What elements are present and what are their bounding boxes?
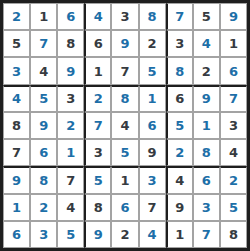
cell-r3c4[interactable]: 1 xyxy=(84,57,111,84)
cell-r3c3[interactable]: 9 xyxy=(57,57,84,84)
cell-r3c9[interactable]: 6 xyxy=(220,57,247,84)
cell-r1c1[interactable]: 2 xyxy=(3,3,30,30)
cell-r9c7[interactable]: 1 xyxy=(166,221,193,248)
cell-r6c9[interactable]: 4 xyxy=(220,139,247,166)
cell-r7c2[interactable]: 8 xyxy=(30,166,57,193)
cell-r6c1[interactable]: 7 xyxy=(3,139,30,166)
cell-r3c5[interactable]: 7 xyxy=(111,57,138,84)
cell-r8c8[interactable]: 3 xyxy=(193,194,220,221)
cell-r5c1[interactable]: 8 xyxy=(3,112,30,139)
cell-r9c6[interactable]: 4 xyxy=(139,221,166,248)
cell-r6c4[interactable]: 3 xyxy=(84,139,111,166)
cell-r9c8[interactable]: 7 xyxy=(193,221,220,248)
cell-r2c5[interactable]: 9 xyxy=(111,30,138,57)
cell-r1c9[interactable]: 9 xyxy=(220,3,247,30)
cell-r2c3[interactable]: 8 xyxy=(57,30,84,57)
cell-r1c3[interactable]: 6 xyxy=(57,3,84,30)
cell-r9c3[interactable]: 5 xyxy=(57,221,84,248)
cell-r4c7[interactable]: 6 xyxy=(166,85,193,112)
cell-r3c6[interactable]: 5 xyxy=(139,57,166,84)
cell-r3c1[interactable]: 3 xyxy=(3,57,30,84)
cell-r5c7[interactable]: 5 xyxy=(166,112,193,139)
cell-r8c2[interactable]: 2 xyxy=(30,194,57,221)
cell-r2c9[interactable]: 1 xyxy=(220,30,247,57)
cell-r5c5[interactable]: 4 xyxy=(111,112,138,139)
cell-r8c1[interactable]: 1 xyxy=(3,194,30,221)
cell-r1c4[interactable]: 4 xyxy=(84,3,111,30)
cell-r2c2[interactable]: 7 xyxy=(30,30,57,57)
cell-r1c5[interactable]: 3 xyxy=(111,3,138,30)
cell-r7c9[interactable]: 2 xyxy=(220,166,247,193)
cell-r2c7[interactable]: 3 xyxy=(166,30,193,57)
cell-r4c8[interactable]: 9 xyxy=(193,85,220,112)
cell-r4c4[interactable]: 2 xyxy=(84,85,111,112)
cell-r3c2[interactable]: 4 xyxy=(30,57,57,84)
cell-r2c1[interactable]: 5 xyxy=(3,30,30,57)
cell-r6c8[interactable]: 8 xyxy=(193,139,220,166)
cell-r5c2[interactable]: 9 xyxy=(30,112,57,139)
cell-r1c8[interactable]: 5 xyxy=(193,3,220,30)
cell-r2c8[interactable]: 4 xyxy=(193,30,220,57)
cell-r9c4[interactable]: 9 xyxy=(84,221,111,248)
cell-r1c6[interactable]: 8 xyxy=(139,3,166,30)
cell-r8c3[interactable]: 4 xyxy=(57,194,84,221)
cell-r6c5[interactable]: 5 xyxy=(111,139,138,166)
cell-r7c6[interactable]: 3 xyxy=(139,166,166,193)
cell-r5c3[interactable]: 2 xyxy=(57,112,84,139)
cell-r8c6[interactable]: 7 xyxy=(139,194,166,221)
cell-r8c5[interactable]: 6 xyxy=(111,194,138,221)
cell-r2c6[interactable]: 2 xyxy=(139,30,166,57)
cell-r8c4[interactable]: 8 xyxy=(84,194,111,221)
cell-r9c1[interactable]: 6 xyxy=(3,221,30,248)
cell-r4c1[interactable]: 4 xyxy=(3,85,30,112)
cell-r4c6[interactable]: 1 xyxy=(139,85,166,112)
cell-r7c7[interactable]: 4 xyxy=(166,166,193,193)
cell-r7c4[interactable]: 5 xyxy=(84,166,111,193)
cell-r6c3[interactable]: 1 xyxy=(57,139,84,166)
cell-r9c2[interactable]: 3 xyxy=(30,221,57,248)
cell-r8c7[interactable]: 9 xyxy=(166,194,193,221)
cell-r8c9[interactable]: 5 xyxy=(220,194,247,221)
cell-r6c2[interactable]: 6 xyxy=(30,139,57,166)
cell-r9c5[interactable]: 2 xyxy=(111,221,138,248)
cell-r5c9[interactable]: 3 xyxy=(220,112,247,139)
sudoku-board: 2164387595786923413491758264532816978927… xyxy=(0,0,250,251)
cell-r9c9[interactable]: 8 xyxy=(220,221,247,248)
cell-r6c7[interactable]: 2 xyxy=(166,139,193,166)
cell-r5c4[interactable]: 7 xyxy=(84,112,111,139)
cell-r1c2[interactable]: 1 xyxy=(30,3,57,30)
cell-r5c8[interactable]: 1 xyxy=(193,112,220,139)
cell-r6c6[interactable]: 9 xyxy=(139,139,166,166)
cell-r4c9[interactable]: 7 xyxy=(220,85,247,112)
cell-r1c7[interactable]: 7 xyxy=(166,3,193,30)
cell-r4c2[interactable]: 5 xyxy=(30,85,57,112)
cell-r7c5[interactable]: 1 xyxy=(111,166,138,193)
cell-r7c8[interactable]: 6 xyxy=(193,166,220,193)
cell-r7c3[interactable]: 7 xyxy=(57,166,84,193)
cell-r3c8[interactable]: 2 xyxy=(193,57,220,84)
cell-r4c3[interactable]: 3 xyxy=(57,85,84,112)
cell-r5c6[interactable]: 6 xyxy=(139,112,166,139)
cell-r3c7[interactable]: 8 xyxy=(166,57,193,84)
cell-r4c5[interactable]: 8 xyxy=(111,85,138,112)
cell-r2c4[interactable]: 6 xyxy=(84,30,111,57)
cell-r7c1[interactable]: 9 xyxy=(3,166,30,193)
